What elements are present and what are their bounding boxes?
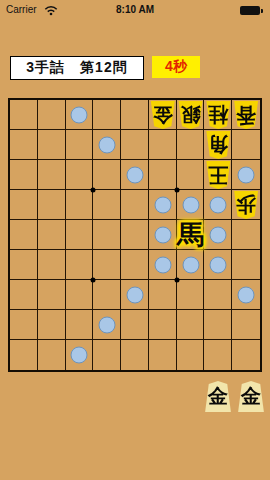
move-hint-circle[interactable] [154,227,171,244]
puzzle-title: 3手詰 第12問 [26,59,127,77]
hoshi-dot [174,188,179,193]
hand-piece-金[interactable]: 金 [237,381,265,412]
sente-hand-tray: 金金 [204,381,265,412]
hand-piece-金[interactable]: 金 [204,381,232,412]
board-cell[interactable] [93,340,121,370]
piece-glyph: 角 [208,135,228,155]
board-cell[interactable] [93,100,121,130]
board-cell[interactable] [232,220,260,250]
board-cell[interactable] [38,130,66,160]
board-cell[interactable] [232,340,260,370]
board-cell[interactable] [204,340,232,370]
board-cell[interactable] [177,280,205,310]
move-hint-circle[interactable] [238,167,255,184]
board-cell[interactable] [10,190,38,220]
board-cell[interactable] [66,310,94,340]
board-cell[interactable] [149,160,177,190]
board-cell[interactable] [38,250,66,280]
clock-label: 8:10 AM [0,4,270,15]
board-cell[interactable] [121,340,149,370]
board-cell[interactable] [93,190,121,220]
shogi-board: 金銀桂香角王歩馬 [8,98,262,372]
move-hint-circle[interactable] [127,167,144,184]
move-hint-circle[interactable] [210,227,227,244]
timer-box: 4秒 [152,56,200,78]
move-hint-circle[interactable] [99,317,116,334]
timer-value: 4秒 [165,58,187,76]
board-cell[interactable] [10,100,38,130]
battery-icon [240,6,260,15]
hoshi-dot [91,188,96,193]
move-hint-circle[interactable] [210,197,227,214]
board-cell[interactable] [66,160,94,190]
board-cell[interactable] [177,130,205,160]
piece-glyph: 金 [153,105,173,125]
board-cell[interactable] [38,280,66,310]
board-cell[interactable] [121,130,149,160]
board-cell[interactable] [38,220,66,250]
board-cell[interactable] [66,130,94,160]
board-cell[interactable] [93,250,121,280]
move-hint-circle[interactable] [182,257,199,274]
board-cell[interactable] [38,340,66,370]
board-cell[interactable] [10,160,38,190]
puzzle-info-box: 3手詰 第12問 [10,56,144,80]
board-cell[interactable] [177,310,205,340]
board-cell[interactable] [232,310,260,340]
hoshi-dot [91,278,96,283]
hoshi-dot [174,278,179,283]
board-cell[interactable] [10,310,38,340]
move-hint-circle[interactable] [71,347,88,364]
board-cell[interactable] [10,130,38,160]
piece-glyph: 歩 [236,195,256,215]
board-cell[interactable] [121,310,149,340]
board-cell[interactable] [232,250,260,280]
move-hint-circle[interactable] [154,197,171,214]
board-cell[interactable] [232,130,260,160]
board-cell[interactable] [93,280,121,310]
piece-glyph: 銀 [181,105,201,125]
board-cell[interactable] [66,220,94,250]
board-cell[interactable] [66,190,94,220]
board-cell[interactable] [38,190,66,220]
board-piece-馬[interactable]: 馬 [178,221,204,249]
board-cell[interactable] [149,340,177,370]
piece-glyph: 馬 [177,222,204,249]
board-cell[interactable] [149,310,177,340]
board-cell[interactable] [121,100,149,130]
board-cell[interactable] [121,190,149,220]
board-cell[interactable] [10,250,38,280]
board-cell[interactable] [177,160,205,190]
board-cell[interactable] [38,160,66,190]
board-cell[interactable] [38,310,66,340]
board-cell[interactable] [66,280,94,310]
piece-glyph: 桂 [208,105,228,125]
board-cell[interactable] [149,130,177,160]
app-screen: Carrier 8:10 AM 3手詰 第12問 4秒 金銀桂香角王歩馬 金金 [0,0,270,480]
move-hint-circle[interactable] [238,287,255,304]
status-bar: Carrier 8:10 AM [0,0,270,20]
board-cell[interactable] [204,280,232,310]
board-cell[interactable] [93,160,121,190]
piece-glyph: 王 [208,165,228,185]
board-cell[interactable] [177,340,205,370]
move-hint-circle[interactable] [71,107,88,124]
board-cell[interactable] [10,280,38,310]
piece-glyph: 香 [236,105,256,125]
board-cell[interactable] [10,220,38,250]
board-cell[interactable] [121,250,149,280]
board-cell[interactable] [66,250,94,280]
move-hint-circle[interactable] [154,257,171,274]
move-hint-circle[interactable] [182,197,199,214]
board-cell[interactable] [149,280,177,310]
move-hint-circle[interactable] [99,137,116,154]
board-cell[interactable] [121,220,149,250]
board-cell[interactable] [204,310,232,340]
board-cell[interactable] [93,220,121,250]
move-hint-circle[interactable] [127,287,144,304]
board-cell[interactable] [10,340,38,370]
move-hint-circle[interactable] [210,257,227,274]
board-cell[interactable] [38,100,66,130]
